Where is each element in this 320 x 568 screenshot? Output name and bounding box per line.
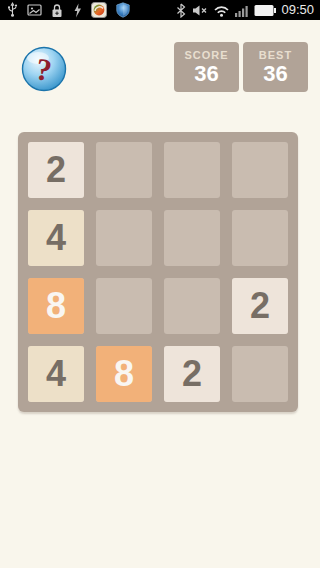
tile-cell <box>96 142 152 198</box>
tile-4: 4 <box>28 210 84 266</box>
gallery-icon <box>27 3 42 17</box>
score-label: SCORE <box>184 48 228 62</box>
best-box: BEST 36 <box>243 42 308 92</box>
tile-cell <box>164 142 220 198</box>
status-bar: 09:50 <box>0 0 320 20</box>
help-button[interactable]: ? <box>20 45 68 93</box>
mute-icon <box>192 4 208 17</box>
app-icon <box>91 2 107 18</box>
best-value: 36 <box>263 62 287 86</box>
tile-2: 2 <box>28 142 84 198</box>
tile-cell: 2 <box>164 346 220 402</box>
tile-cell <box>164 210 220 266</box>
tile-cell <box>96 278 152 334</box>
best-label: BEST <box>259 48 292 62</box>
tile-cell: 2 <box>28 142 84 198</box>
status-bar-right: 09:50 <box>175 0 314 20</box>
wifi-icon <box>213 4 230 17</box>
scoreboxes: SCORE 36 BEST 36 <box>174 42 308 92</box>
tile-8: 8 <box>28 278 84 334</box>
tile-cell <box>164 278 220 334</box>
tile-2: 2 <box>232 278 288 334</box>
shield-icon <box>115 2 131 18</box>
tile-cell: 4 <box>28 346 84 402</box>
header: ? SCORE 36 BEST 36 <box>0 20 320 122</box>
tile-8: 8 <box>96 346 152 402</box>
tile-cell: 8 <box>96 346 152 402</box>
tile-cell: 4 <box>28 210 84 266</box>
status-bar-left <box>6 2 131 18</box>
tile-cell <box>232 142 288 198</box>
usb-icon <box>6 2 19 18</box>
signal-icon <box>235 4 249 17</box>
tile-2: 2 <box>164 346 220 402</box>
lock-icon <box>50 3 64 18</box>
flash-icon <box>72 3 83 18</box>
tile-cell: 8 <box>28 278 84 334</box>
bluetooth-icon <box>175 3 187 18</box>
tile-cell <box>232 210 288 266</box>
status-bar-clock: 09:50 <box>281 0 314 20</box>
game-board[interactable]: 2482482 <box>18 132 298 412</box>
tile-cell: 2 <box>232 278 288 334</box>
tile-4: 4 <box>28 346 84 402</box>
tile-cell <box>96 210 152 266</box>
score-box: SCORE 36 <box>174 42 239 92</box>
tile-cell <box>232 346 288 402</box>
score-value: 36 <box>194 62 218 86</box>
battery-icon <box>254 4 276 17</box>
